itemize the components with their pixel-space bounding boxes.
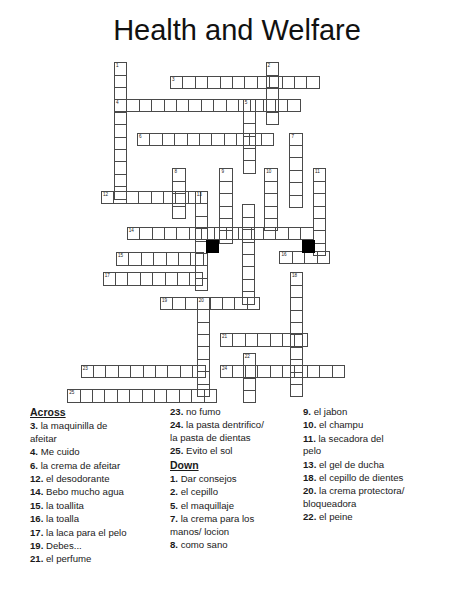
grid-cell[interactable] xyxy=(176,99,189,112)
grid-cell[interactable] xyxy=(220,76,233,89)
grid-cell[interactable] xyxy=(130,365,143,378)
grid-cell[interactable] xyxy=(232,333,245,346)
grid-cell[interactable] xyxy=(117,389,130,402)
word-17-across: 17 xyxy=(103,272,203,285)
clue-item-number: 5. xyxy=(170,500,181,511)
grid-cell[interactable] xyxy=(242,279,255,292)
crossword-worksheet: Health and Welfare 346121415161719212324… xyxy=(0,0,474,613)
clue-item-text: el peine xyxy=(319,511,353,522)
grid-cell[interactable] xyxy=(197,322,210,335)
grid-cell[interactable]: 17 xyxy=(103,272,116,285)
grid-cell[interactable] xyxy=(197,334,210,347)
clue-number: 21 xyxy=(222,334,227,339)
grid-cell[interactable] xyxy=(242,204,255,217)
grid-cell[interactable] xyxy=(270,365,283,378)
grid-cell[interactable] xyxy=(155,365,168,378)
grid-cell[interactable] xyxy=(152,272,165,285)
grid-cell[interactable] xyxy=(114,87,127,100)
grid-cell[interactable] xyxy=(242,217,255,230)
grid-cell[interactable] xyxy=(290,334,303,347)
clue-item: 2. el cepillo xyxy=(170,486,302,498)
grid-cell[interactable] xyxy=(242,291,255,304)
grid-cell[interactable] xyxy=(313,243,326,256)
clue-column-1: Across3. la maquinilla de afeitar4. Me c… xyxy=(30,406,170,567)
word-2-down: 2 xyxy=(266,62,279,125)
clue-number: 11 xyxy=(315,169,320,174)
clue-item-number: 12. xyxy=(30,473,46,484)
grid-cell[interactable] xyxy=(201,99,214,112)
clue-number: 24 xyxy=(222,366,227,371)
grid-cell[interactable] xyxy=(294,76,307,89)
grid-cell[interactable]: 6 xyxy=(137,133,150,146)
grid-cell[interactable] xyxy=(195,76,208,89)
clue-item: 12. el desodorante xyxy=(30,473,170,485)
clue-item: 13. el gel de ducha xyxy=(303,459,453,471)
word-22-down: 22 xyxy=(243,353,256,404)
grid-cell[interactable] xyxy=(222,297,235,310)
clue-number: 2 xyxy=(268,63,271,68)
clue-item: 19. Debes... xyxy=(30,540,170,552)
clue-item-number: 22. xyxy=(303,511,319,522)
grid-cell[interactable] xyxy=(243,111,256,124)
grid-cell[interactable] xyxy=(226,99,239,112)
grid-cell[interactable]: 19 xyxy=(160,297,173,310)
grid-cell[interactable] xyxy=(164,227,177,240)
grid-cell[interactable] xyxy=(289,157,302,170)
clue-number: 10 xyxy=(266,169,271,174)
grid-cell[interactable] xyxy=(232,76,245,89)
grid-cell[interactable]: 14 xyxy=(127,227,140,240)
grid-cell[interactable] xyxy=(129,389,142,402)
clue-item: 7. la crema para los manos/ locion xyxy=(170,513,302,538)
grid-cell[interactable] xyxy=(290,372,303,385)
clue-item-number: 3. xyxy=(30,420,41,431)
clue-item-number: 1. xyxy=(170,473,181,484)
clue-item: 14. Bebo mucho agua xyxy=(30,486,170,498)
grid-cell[interactable] xyxy=(313,193,326,206)
grid-cell[interactable] xyxy=(242,266,255,279)
grid-cell[interactable] xyxy=(288,227,301,240)
grid-cell[interactable] xyxy=(172,193,185,206)
grid-cell[interactable]: 3 xyxy=(170,76,183,89)
grid-cell[interactable] xyxy=(243,136,256,149)
grid-cell[interactable] xyxy=(114,161,127,174)
grid-cell[interactable] xyxy=(242,254,255,267)
clue-item-number: 10. xyxy=(303,419,319,430)
grid-cell[interactable] xyxy=(188,99,201,112)
grid-cell[interactable] xyxy=(114,112,127,125)
word-25-across: 25 xyxy=(67,389,217,402)
clue-item-text: la toallita xyxy=(46,500,84,511)
grid-cell[interactable] xyxy=(287,99,300,112)
word-1-down: 1 xyxy=(114,62,127,199)
grid-cell[interactable] xyxy=(244,76,257,89)
grid-cell[interactable] xyxy=(165,272,178,285)
word-15-across: 15 xyxy=(116,252,204,265)
clue-item: 11. la secadora del pelo xyxy=(303,433,453,458)
clue-item-number: 2. xyxy=(170,486,181,497)
grid-cell[interactable] xyxy=(289,170,302,183)
word-23-across: 23 xyxy=(81,365,206,378)
grid-cell[interactable]: 22 xyxy=(243,353,256,366)
grid-cell[interactable] xyxy=(300,227,313,240)
word-20-down: 20 xyxy=(197,297,210,397)
grid-cell[interactable] xyxy=(243,148,256,161)
clue-item-text: el perfume xyxy=(46,553,91,564)
clue-item: 5. el maquillaje xyxy=(170,500,302,512)
grid-cell[interactable] xyxy=(264,218,277,231)
clue-item-text: Debes... xyxy=(46,540,82,551)
word-9-down: 9 xyxy=(219,168,232,243)
grid-cell[interactable] xyxy=(139,99,152,112)
grid-cell[interactable] xyxy=(195,253,208,266)
black-cell xyxy=(302,240,315,253)
clue-number: 18 xyxy=(292,273,297,278)
grid-cell[interactable] xyxy=(243,390,256,403)
grid-cell[interactable]: 25 xyxy=(67,389,80,402)
grid-cell[interactable] xyxy=(243,123,256,136)
word-x-down xyxy=(242,204,255,304)
grid-cell[interactable] xyxy=(195,203,208,216)
clue-item-number: 18. xyxy=(303,472,319,483)
grid-cell[interactable] xyxy=(126,191,139,204)
clue-item-number: 14. xyxy=(30,486,46,497)
clue-item: 3. la maquinilla de afeitar xyxy=(30,420,170,445)
grid-cell[interactable] xyxy=(290,384,303,397)
grid-cell[interactable] xyxy=(167,365,180,378)
clue-item: 17. la laca para el pelo xyxy=(30,527,170,539)
word-24-across: 24 xyxy=(220,365,345,378)
grid-cell[interactable]: 7 xyxy=(289,133,302,146)
grid-cell[interactable] xyxy=(264,206,277,219)
word-5-down: 5 xyxy=(243,99,256,174)
grid-cell[interactable] xyxy=(257,333,270,346)
grid-cell[interactable] xyxy=(290,297,303,310)
grid-cell[interactable]: 12 xyxy=(101,191,114,204)
word-7-down: 7 xyxy=(289,133,302,208)
clue-number: 20 xyxy=(199,298,204,303)
grid-cell[interactable] xyxy=(182,76,195,89)
grid-cell[interactable] xyxy=(211,133,224,146)
grid-cell[interactable] xyxy=(290,322,303,335)
grid-cell[interactable] xyxy=(151,191,164,204)
grid-cell[interactable] xyxy=(213,99,226,112)
grid-cell[interactable] xyxy=(142,389,155,402)
grid-cell[interactable] xyxy=(313,181,326,194)
clue-number: 25 xyxy=(69,390,74,395)
grid-cell[interactable] xyxy=(261,133,274,146)
grid-cell[interactable] xyxy=(197,384,210,397)
clue-number: 15 xyxy=(118,253,123,258)
clue-item-text: la maquinilla de afeitar xyxy=(30,420,107,443)
grid-cell[interactable] xyxy=(245,333,258,346)
clue-item-number: 7. xyxy=(170,513,181,524)
clue-column-2: 23. no fumo24. la pasta dentrifico/ la p… xyxy=(170,406,302,552)
grid-cell[interactable] xyxy=(114,124,127,137)
grid-cell[interactable] xyxy=(266,75,279,88)
clue-number: 17 xyxy=(105,273,110,278)
grid-cell[interactable] xyxy=(243,160,256,173)
grid-cell[interactable] xyxy=(257,365,270,378)
grid-cell[interactable] xyxy=(177,272,190,285)
clue-item-number: 4. xyxy=(30,446,41,457)
grid-cell[interactable] xyxy=(319,365,332,378)
grid-cell[interactable] xyxy=(266,87,279,100)
clue-item-text: el maquillaje xyxy=(181,500,234,511)
clue-section-header: Across xyxy=(30,406,170,418)
grid-cell[interactable] xyxy=(141,252,154,265)
grid-cell[interactable] xyxy=(219,230,232,243)
grid-cell[interactable] xyxy=(176,227,189,240)
clue-item: 8. como sano xyxy=(170,539,302,551)
grid-cell[interactable] xyxy=(307,365,320,378)
grid-cell[interactable] xyxy=(306,76,319,89)
grid-cell[interactable] xyxy=(174,133,187,146)
grid-cell[interactable] xyxy=(152,227,165,240)
clue-item-text: Dar consejos xyxy=(181,473,237,484)
clue-item-number: 25. xyxy=(170,445,186,456)
clue-item: 1. Dar consejos xyxy=(170,473,302,485)
grid-cell[interactable] xyxy=(219,218,232,231)
grid-cell[interactable] xyxy=(282,76,295,89)
grid-cell[interactable] xyxy=(243,378,256,391)
grid-cell[interactable]: 15 xyxy=(116,252,129,265)
grid-cell[interactable] xyxy=(151,99,164,112)
grid-cell[interactable] xyxy=(197,346,210,359)
grid-cell[interactable] xyxy=(290,347,303,360)
grid-cell[interactable] xyxy=(126,99,139,112)
grid-cell[interactable] xyxy=(153,252,166,265)
grid-cell[interactable] xyxy=(115,272,128,285)
clue-item-text: la crema de afeitar xyxy=(41,460,120,471)
clue-item-number: 13. xyxy=(303,459,319,470)
grid-cell[interactable] xyxy=(197,309,210,322)
clue-item: 10. el champu xyxy=(303,419,453,431)
grid-cell[interactable] xyxy=(178,252,191,265)
clue-item: 23. no fumo xyxy=(170,406,302,418)
grid-cell[interactable] xyxy=(207,76,220,89)
grid-cell[interactable] xyxy=(242,229,255,242)
grid-cell[interactable]: 16 xyxy=(279,251,292,264)
clue-item-text: el desodorante xyxy=(46,473,109,484)
clue-item-text: el cepillo xyxy=(181,486,218,497)
grid-cell[interactable]: 13 xyxy=(195,191,208,204)
grid-cell[interactable]: 23 xyxy=(81,365,94,378)
grid-cell[interactable] xyxy=(114,99,127,112)
grid-cell[interactable]: 21 xyxy=(220,333,233,346)
grid-cell[interactable] xyxy=(210,297,223,310)
grid-cell[interactable] xyxy=(172,206,185,219)
clue-item-number: 17. xyxy=(30,527,46,538)
grid-cell[interactable] xyxy=(266,112,279,125)
clue-item-number: 11. xyxy=(303,433,318,444)
grid-cell[interactable] xyxy=(290,359,303,372)
grid-cell[interactable] xyxy=(219,181,232,194)
clue-number: 12 xyxy=(103,192,108,197)
grid-cell[interactable] xyxy=(114,174,127,187)
grid-cell[interactable] xyxy=(219,193,232,206)
grid-cell[interactable] xyxy=(266,99,279,112)
grid-cell[interactable]: 24 xyxy=(220,365,233,378)
grid-cell[interactable]: 18 xyxy=(290,272,303,285)
grid-cell[interactable] xyxy=(172,297,185,310)
grid-cell[interactable] xyxy=(289,195,302,208)
grid-cell[interactable] xyxy=(104,389,117,402)
grid-cell[interactable] xyxy=(195,216,208,229)
grid-cell[interactable] xyxy=(149,133,162,146)
grid-cell[interactable] xyxy=(179,389,192,402)
clue-item-number: 23. xyxy=(170,406,186,417)
clue-number: 19 xyxy=(162,298,167,303)
grid-cell[interactable] xyxy=(270,333,283,346)
grid-cell[interactable] xyxy=(128,252,141,265)
grid-cell[interactable]: 2 xyxy=(266,62,279,75)
grid-cell[interactable] xyxy=(199,133,212,146)
clue-item: 18. el cepillo de dientes xyxy=(303,472,453,484)
clue-item-text: el champu xyxy=(319,419,363,430)
grid-cell[interactable] xyxy=(114,186,127,199)
black-cell xyxy=(206,240,219,253)
grid-cell[interactable]: 9 xyxy=(219,168,232,181)
grid-cell[interactable]: 20 xyxy=(197,297,210,310)
grid-cell[interactable] xyxy=(197,359,210,372)
grid-cell[interactable] xyxy=(166,252,179,265)
grid-cell[interactable] xyxy=(290,310,303,323)
clue-number: 8 xyxy=(174,169,177,174)
grid-cell[interactable] xyxy=(332,365,345,378)
clue-number: 1 xyxy=(116,63,119,68)
grid-cell[interactable] xyxy=(166,389,179,402)
grid-cell[interactable] xyxy=(140,272,153,285)
clue-number: 7 xyxy=(291,134,294,139)
grid-cell[interactable] xyxy=(118,365,131,378)
grid-cell[interactable] xyxy=(164,99,177,112)
grid-cell[interactable] xyxy=(290,285,303,298)
grid-cell[interactable]: 1 xyxy=(114,62,127,75)
grid-cell[interactable] xyxy=(195,265,208,278)
grid-cell[interactable] xyxy=(114,75,127,88)
grid-cell[interactable]: 5 xyxy=(243,99,256,112)
clue-item-number: 6. xyxy=(30,460,41,471)
clue-item-text: el jabon xyxy=(314,406,348,417)
grid-cell[interactable] xyxy=(105,365,118,378)
clue-item: 4. Me cuido xyxy=(30,446,170,458)
grid-cell[interactable] xyxy=(289,182,302,195)
grid-cell[interactable] xyxy=(114,149,127,162)
grid-cell[interactable] xyxy=(289,145,302,158)
grid-cell[interactable] xyxy=(242,242,255,255)
clue-item-number: 16. xyxy=(30,513,46,524)
clue-item: 20. la crema protectora/ bloqueadora xyxy=(303,485,453,510)
clue-item: 21. el perfume xyxy=(30,553,170,565)
clue-column-3: 9. el jabon10. el champu11. la secadora … xyxy=(303,406,453,525)
grid-cell[interactable] xyxy=(224,133,237,146)
clue-item-number: 8. xyxy=(170,539,181,550)
clue-section-header: Down xyxy=(170,459,302,471)
grid-cell[interactable]: 11 xyxy=(313,168,326,181)
clue-number: 14 xyxy=(129,228,134,233)
clue-number: 22 xyxy=(245,354,250,359)
grid-cell[interactable] xyxy=(162,133,175,146)
grid-cell[interactable] xyxy=(197,371,210,384)
clue-item-number: 20. xyxy=(303,485,319,496)
grid-cell[interactable] xyxy=(92,389,105,402)
grid-cell[interactable] xyxy=(264,181,277,194)
word-3-across: 3 xyxy=(170,76,320,89)
clue-item-number: 19. xyxy=(30,540,46,551)
word-18-down: 18 xyxy=(290,272,303,397)
grid-cell[interactable] xyxy=(93,365,106,378)
grid-cell[interactable] xyxy=(195,278,208,291)
grid-cell[interactable] xyxy=(114,137,127,150)
clue-number: 9 xyxy=(221,169,224,174)
clue-item: 9. el jabon xyxy=(303,406,453,418)
grid-cell[interactable] xyxy=(219,206,232,219)
grid-cell[interactable] xyxy=(180,365,193,378)
clue-item-text: la laca para el pelo xyxy=(46,527,127,538)
clue-number: 6 xyxy=(139,134,142,139)
clue-item-number: 21. xyxy=(30,553,46,564)
grid-cell[interactable] xyxy=(243,365,256,378)
clue-number: 3 xyxy=(172,77,175,82)
grid-cell[interactable] xyxy=(313,218,326,231)
word-10-down: 10 xyxy=(264,168,277,231)
grid-cell[interactable] xyxy=(313,206,326,219)
clue-item-text: el gel de ducha xyxy=(319,459,384,470)
clue-item: 16. la toalla xyxy=(30,513,170,525)
clue-number: 23 xyxy=(83,366,88,371)
clue-item-text: la toalla xyxy=(46,513,79,524)
clue-number: 16 xyxy=(281,252,286,257)
word-11-down: 11 xyxy=(313,168,326,256)
grid-cell[interactable] xyxy=(313,230,326,243)
clue-number: 5 xyxy=(245,100,248,105)
word-8-down: 8 xyxy=(172,168,185,219)
grid-cell[interactable] xyxy=(80,389,93,402)
clue-item: 6. la crema de afeitar xyxy=(30,460,170,472)
grid-cell[interactable] xyxy=(143,365,156,378)
clue-item-text: la crema protectora/ bloqueadora xyxy=(303,485,404,508)
clue-item-number: 9. xyxy=(303,406,314,417)
clue-item-text: la crema para los manos/ locion xyxy=(170,513,254,536)
clue-item-text: Evito el sol xyxy=(186,445,232,456)
clue-item: 15. la toallita xyxy=(30,500,170,512)
grid-cell[interactable]: 8 xyxy=(172,168,185,181)
clue-item-number: 15. xyxy=(30,500,46,511)
grid-cell[interactable] xyxy=(139,227,152,240)
grid-cell[interactable] xyxy=(172,181,185,194)
grid-cell[interactable] xyxy=(264,193,277,206)
grid-cell[interactable] xyxy=(127,272,140,285)
clue-item-text: como sano xyxy=(181,539,228,550)
grid-cell[interactable]: 10 xyxy=(264,168,277,181)
clue-item: 25. Evito el sol xyxy=(170,445,302,457)
clue-item-text: el cepillo de dientes xyxy=(319,472,403,483)
grid-cell[interactable] xyxy=(187,133,200,146)
clue-number: 13 xyxy=(197,192,202,197)
grid-cell[interactable] xyxy=(138,191,151,204)
grid-cell[interactable] xyxy=(154,389,167,402)
clue-item: 22. el peine xyxy=(303,511,453,523)
clue-item-text: Bebo mucho agua xyxy=(46,486,124,497)
clue-item-number: 24. xyxy=(170,419,186,430)
clue-item-text: no fumo xyxy=(186,406,221,417)
clue-item: 24. la pasta dentrifico/ la pasta de die… xyxy=(170,419,302,444)
clue-item-text: Me cuido xyxy=(41,446,80,457)
